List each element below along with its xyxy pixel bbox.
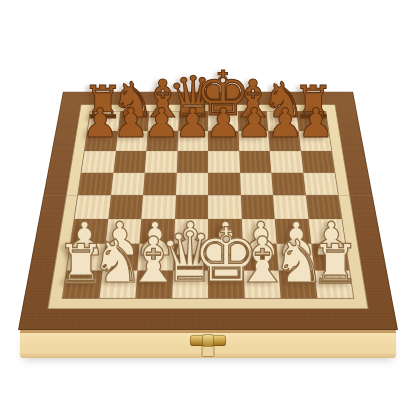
piece-black-pawn-h7[interactable]: ♟ [298,104,334,145]
clasp-plate [190,335,226,346]
clasp-tongue [202,346,215,357]
square-c6[interactable] [145,151,177,172]
square-d5[interactable] [176,172,208,194]
square-b5[interactable] [111,172,145,194]
square-h6[interactable] [301,151,335,172]
box-side [20,330,396,358]
fold-seam [43,195,372,196]
chess-set-photo: ♜♞♝♛♚♝♞♜♟♟♟♟♟♟♟♟♟♟♟♟♟♟♟♟♜♞♝♛♚♝♞♜ [0,0,416,416]
piece-white-rook-h1[interactable]: ♜ [311,236,360,291]
square-f6[interactable] [239,151,271,172]
square-c5[interactable] [143,172,176,194]
square-d6[interactable] [176,151,208,172]
square-h5[interactable] [303,172,338,194]
square-e6[interactable] [208,151,240,172]
square-g5[interactable] [271,172,305,194]
brass-clasp-icon[interactable] [190,333,226,357]
square-b6[interactable] [113,151,146,172]
square-a5[interactable] [78,172,113,194]
square-e5[interactable] [208,172,240,194]
square-a6[interactable] [81,151,115,172]
square-f5[interactable] [240,172,273,194]
square-g6[interactable] [270,151,303,172]
